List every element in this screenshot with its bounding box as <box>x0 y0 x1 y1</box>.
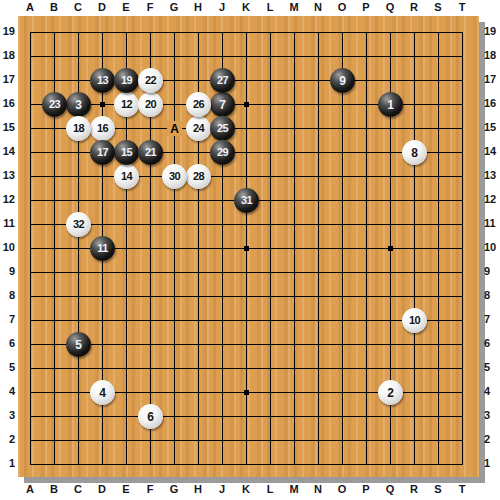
row-label-left: 2 <box>0 433 15 446</box>
column-label-top: K <box>238 1 254 14</box>
column-label-top: M <box>286 1 302 14</box>
column-label-bottom: O <box>334 483 350 496</box>
move-number: 7 <box>219 99 226 111</box>
row-label-left: 17 <box>0 73 15 86</box>
stone-white-move-2: 2 <box>378 380 403 405</box>
column-label-bottom: B <box>46 483 62 496</box>
stone-black-move-7: 7 <box>210 92 235 117</box>
stone-white-move-26: 26 <box>186 92 211 117</box>
move-number: 26 <box>193 99 204 110</box>
move-number: 15 <box>121 147 132 158</box>
stone-white-move-16: 16 <box>90 116 115 141</box>
grid-line-vertical <box>414 32 415 465</box>
stone-white-move-20: 20 <box>138 92 163 117</box>
row-label-right: 17 <box>484 73 500 86</box>
column-label-top: O <box>334 1 350 14</box>
stone-black-move-21: 21 <box>138 140 163 165</box>
grid-line-vertical <box>342 32 343 465</box>
column-label-top: J <box>214 1 230 14</box>
column-label-bottom: Q <box>382 483 398 496</box>
stone-white-move-24: 24 <box>186 116 211 141</box>
stone-black-move-11: 11 <box>90 236 115 261</box>
move-number: 16 <box>97 123 108 134</box>
move-number: 32 <box>73 219 84 230</box>
stone-white-move-30: 30 <box>162 164 187 189</box>
move-number: 24 <box>193 123 204 134</box>
column-label-top: Q <box>382 1 398 14</box>
column-label-top: A <box>22 1 38 14</box>
row-label-left: 16 <box>0 97 15 110</box>
move-number: 9 <box>339 75 346 87</box>
move-number: 11 <box>97 243 107 254</box>
star-point <box>100 102 105 107</box>
grid-line-vertical <box>438 32 439 465</box>
move-number: 17 <box>97 147 108 158</box>
go-board-diagram: AABBCCDDEEFFGGHHJJKKLLMMNNOOPPQQRRSSTT19… <box>0 0 500 500</box>
column-label-top: L <box>262 1 278 14</box>
row-label-left: 5 <box>0 361 15 374</box>
row-label-right: 7 <box>484 313 500 326</box>
column-label-top: B <box>46 1 62 14</box>
stone-black-move-13: 13 <box>90 68 115 93</box>
column-label-bottom: S <box>430 483 446 496</box>
move-number: 31 <box>241 195 252 206</box>
row-label-right: 18 <box>484 49 500 62</box>
stone-white-move-28: 28 <box>186 164 211 189</box>
grid-line-horizontal <box>30 320 463 321</box>
stone-black-move-25: 25 <box>210 116 235 141</box>
column-label-bottom: N <box>310 483 326 496</box>
row-label-left: 3 <box>0 409 15 422</box>
move-number: 27 <box>217 75 228 86</box>
column-label-top: F <box>142 1 158 14</box>
stone-black-move-1: 1 <box>378 92 403 117</box>
column-label-bottom: H <box>190 483 206 496</box>
column-label-top: D <box>94 1 110 14</box>
stone-white-move-6: 6 <box>138 404 163 429</box>
move-number: 23 <box>49 99 60 110</box>
move-number: 5 <box>75 339 82 351</box>
row-label-left: 13 <box>0 169 15 182</box>
column-label-top: P <box>358 1 374 14</box>
stone-white-move-14: 14 <box>114 164 139 189</box>
column-label-top: E <box>118 1 134 14</box>
column-label-top: N <box>310 1 326 14</box>
move-number: 19 <box>121 75 132 86</box>
stone-black-move-23: 23 <box>42 92 67 117</box>
move-number: 18 <box>73 123 84 134</box>
move-number: 6 <box>147 411 154 423</box>
column-label-bottom: G <box>166 483 182 496</box>
row-label-left: 6 <box>0 337 15 350</box>
grid-line-vertical <box>318 32 319 465</box>
move-number: 20 <box>145 99 156 110</box>
row-label-right: 4 <box>484 385 500 398</box>
stone-black-move-29: 29 <box>210 140 235 165</box>
move-number: 4 <box>99 387 106 399</box>
column-label-top: T <box>454 1 470 14</box>
row-label-left: 14 <box>0 145 15 158</box>
column-label-bottom: A <box>22 483 38 496</box>
row-label-right: 3 <box>484 409 500 422</box>
column-label-bottom: D <box>94 483 110 496</box>
grid-line-horizontal <box>30 344 463 345</box>
stone-white-move-22: 22 <box>138 68 163 93</box>
move-number: 8 <box>411 147 418 159</box>
stone-black-move-31: 31 <box>234 188 259 213</box>
column-label-bottom: E <box>118 483 134 496</box>
stone-black-move-27: 27 <box>210 68 235 93</box>
column-label-top: S <box>430 1 446 14</box>
stone-black-move-9: 9 <box>330 68 355 93</box>
move-number: 14 <box>121 171 132 182</box>
stone-white-move-18: 18 <box>66 116 91 141</box>
stone-white-move-12: 12 <box>114 92 139 117</box>
move-number: 22 <box>145 75 156 86</box>
stone-black-move-17: 17 <box>90 140 115 165</box>
column-label-top: C <box>70 1 86 14</box>
move-number: 28 <box>193 171 204 182</box>
grid-line-horizontal <box>30 464 463 465</box>
column-label-bottom: M <box>286 483 302 496</box>
row-label-right: 9 <box>484 265 500 278</box>
stone-black-move-19: 19 <box>114 68 139 93</box>
row-label-left: 7 <box>0 313 15 326</box>
column-label-bottom: T <box>454 483 470 496</box>
row-label-left: 10 <box>0 241 15 254</box>
row-label-right: 15 <box>484 121 500 134</box>
row-label-right: 10 <box>484 241 500 254</box>
grid-line-horizontal <box>30 440 463 441</box>
column-label-top: R <box>406 1 422 14</box>
move-number: 13 <box>97 75 108 86</box>
stone-white-move-4: 4 <box>90 380 115 405</box>
grid-line-vertical <box>270 32 271 465</box>
row-label-left: 15 <box>0 121 15 134</box>
row-label-right: 1 <box>484 457 500 470</box>
grid-line-horizontal <box>30 368 463 369</box>
move-number: 25 <box>217 123 228 134</box>
stone-white-move-8: 8 <box>402 140 427 165</box>
move-number: 30 <box>169 171 180 182</box>
move-number: 2 <box>387 387 394 399</box>
row-label-left: 18 <box>0 49 15 62</box>
move-number: 21 <box>145 147 156 158</box>
row-label-right: 19 <box>484 25 500 38</box>
grid-line-horizontal <box>30 416 463 417</box>
row-label-right: 5 <box>484 361 500 374</box>
row-label-left: 4 <box>0 385 15 398</box>
annotation-label-A: A <box>167 121 182 136</box>
move-number: 10 <box>409 315 420 326</box>
stone-black-move-3: 3 <box>66 92 91 117</box>
column-label-bottom: P <box>358 483 374 496</box>
star-point <box>244 246 249 251</box>
row-label-left: 12 <box>0 193 15 206</box>
column-label-bottom: L <box>262 483 278 496</box>
column-label-bottom: R <box>406 483 422 496</box>
row-label-right: 11 <box>484 217 500 230</box>
row-label-right: 2 <box>484 433 500 446</box>
move-number: 3 <box>75 99 82 111</box>
row-label-right: 16 <box>484 97 500 110</box>
row-label-left: 11 <box>0 217 15 230</box>
stone-white-move-32: 32 <box>66 212 91 237</box>
stone-white-move-10: 10 <box>402 308 427 333</box>
row-label-right: 8 <box>484 289 500 302</box>
row-label-left: 9 <box>0 265 15 278</box>
column-label-bottom: F <box>142 483 158 496</box>
star-point <box>244 102 249 107</box>
stone-black-move-15: 15 <box>114 140 139 165</box>
grid-line-horizontal <box>30 272 463 273</box>
column-label-top: G <box>166 1 182 14</box>
grid-line-vertical <box>462 32 463 465</box>
row-label-right: 13 <box>484 169 500 182</box>
move-number: 1 <box>387 99 394 111</box>
row-label-right: 12 <box>484 193 500 206</box>
move-number: 12 <box>121 99 132 110</box>
row-label-right: 14 <box>484 145 500 158</box>
star-point <box>244 390 249 395</box>
star-point <box>388 246 393 251</box>
column-label-bottom: J <box>214 483 230 496</box>
grid-line-horizontal <box>30 296 463 297</box>
column-label-bottom: K <box>238 483 254 496</box>
stone-black-move-5: 5 <box>66 332 91 357</box>
move-number: 29 <box>217 147 228 158</box>
grid-line-vertical <box>294 32 295 465</box>
column-label-bottom: C <box>70 483 86 496</box>
row-label-right: 6 <box>484 337 500 350</box>
grid-line-vertical <box>366 32 367 465</box>
row-label-left: 19 <box>0 25 15 38</box>
column-label-top: H <box>190 1 206 14</box>
row-label-left: 8 <box>0 289 15 302</box>
row-label-left: 1 <box>0 457 15 470</box>
